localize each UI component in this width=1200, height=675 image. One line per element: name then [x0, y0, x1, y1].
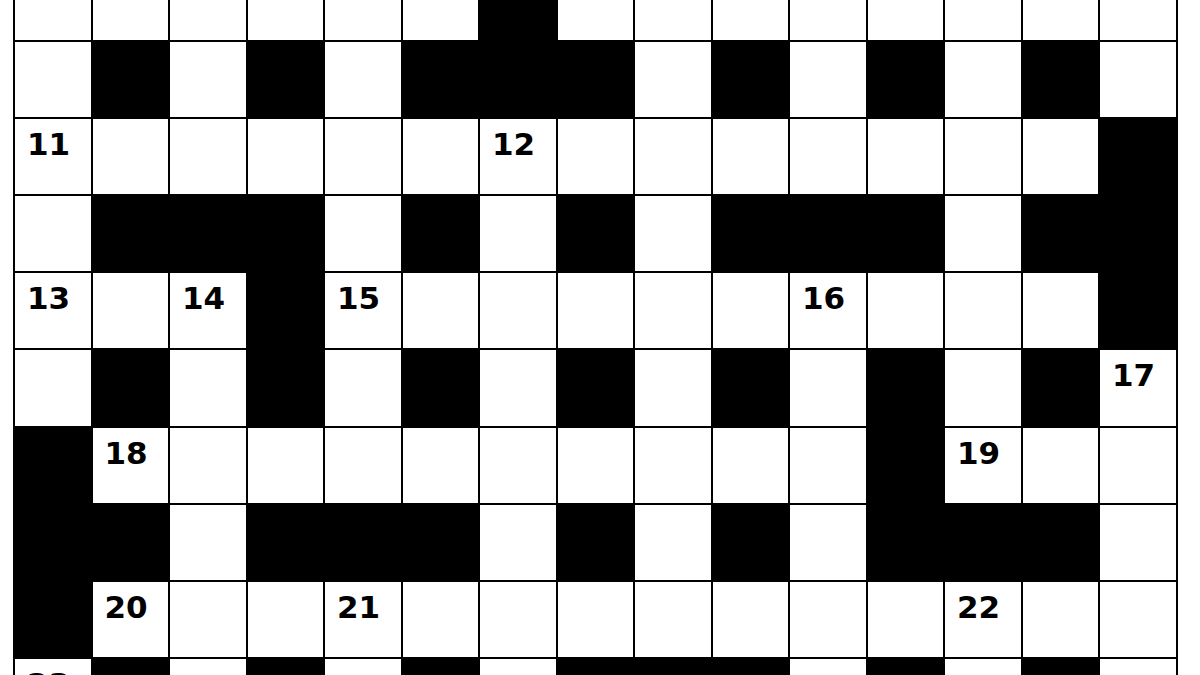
black-cell-r1c3 [248, 42, 324, 117]
black-cell-r1c13 [1023, 42, 1099, 117]
white-cell-r2c3[interactable] [248, 119, 324, 194]
black-cell-r6c11 [868, 428, 944, 503]
white-cell-r3c6[interactable] [480, 196, 556, 271]
black-cell-r3c7 [558, 196, 634, 271]
black-cell-r5c7 [558, 350, 634, 425]
white-cell-r2c9[interactable] [713, 119, 789, 194]
black-cell-r6c0 [15, 428, 91, 503]
white-cell-r0c7[interactable] [558, 0, 634, 40]
white-cell-r4c0[interactable]: 13 [15, 273, 91, 348]
black-cell-r7c9 [713, 505, 789, 580]
black-cell-r8c0 [15, 582, 91, 657]
white-cell-r9c6[interactable] [480, 659, 556, 675]
white-cell-r1c2[interactable] [170, 42, 246, 117]
white-cell-r0c10[interactable] [790, 0, 866, 40]
white-cell-r3c8[interactable] [635, 196, 711, 271]
white-cell-r6c12[interactable]: 19 [945, 428, 1021, 503]
black-cell-r9c7 [558, 659, 634, 675]
white-cell-r5c8[interactable] [635, 350, 711, 425]
white-cell-r2c11[interactable] [868, 119, 944, 194]
black-cell-r7c12 [945, 505, 1021, 580]
clue-number-22: 22 [957, 592, 1000, 623]
white-cell-r2c2[interactable] [170, 119, 246, 194]
white-cell-r8c14[interactable] [1100, 582, 1176, 657]
black-cell-r1c11 [868, 42, 944, 117]
clue-number-15: 15 [337, 283, 380, 314]
white-cell-r0c8[interactable] [635, 0, 711, 40]
white-cell-r8c4[interactable]: 21 [325, 582, 401, 657]
white-cell-r6c9[interactable] [713, 428, 789, 503]
white-cell-r5c0[interactable] [15, 350, 91, 425]
white-cell-r4c12[interactable] [945, 273, 1021, 348]
white-cell-r8c2[interactable] [170, 582, 246, 657]
white-cell-r5c4[interactable] [325, 350, 401, 425]
white-cell-r6c14[interactable] [1100, 428, 1176, 503]
white-cell-r2c12[interactable] [945, 119, 1021, 194]
white-cell-r9c12[interactable] [945, 659, 1021, 675]
white-cell-r7c14[interactable] [1100, 505, 1176, 580]
black-cell-r4c14 [1100, 273, 1176, 348]
black-cell-r9c1 [93, 659, 169, 675]
black-cell-r5c1 [93, 350, 169, 425]
white-cell-r4c13[interactable] [1023, 273, 1099, 348]
white-cell-r5c6[interactable] [480, 350, 556, 425]
white-cell-r0c3[interactable] [248, 0, 324, 40]
white-cell-r8c7[interactable] [558, 582, 634, 657]
white-cell-r2c7[interactable] [558, 119, 634, 194]
white-cell-r1c14[interactable] [1100, 42, 1176, 117]
white-cell-r0c11[interactable] [868, 0, 944, 40]
clue-number-17: 17 [1112, 360, 1155, 391]
black-cell-r7c7 [558, 505, 634, 580]
black-cell-r9c3 [248, 659, 324, 675]
white-cell-r0c12[interactable] [945, 0, 1021, 40]
white-cell-r1c10[interactable] [790, 42, 866, 117]
black-cell-r3c13 [1023, 196, 1099, 271]
white-cell-r4c5[interactable] [403, 273, 479, 348]
black-cell-r0c6 [480, 0, 556, 40]
black-cell-r1c1 [93, 42, 169, 117]
white-cell-r7c10[interactable] [790, 505, 866, 580]
white-cell-r3c4[interactable] [325, 196, 401, 271]
white-cell-r8c9[interactable] [713, 582, 789, 657]
black-cell-r3c14 [1100, 196, 1176, 271]
white-cell-r5c10[interactable] [790, 350, 866, 425]
white-cell-r1c12[interactable] [945, 42, 1021, 117]
crossword-page: 11121314151617181920212223 [0, 0, 1200, 675]
white-cell-r2c10[interactable] [790, 119, 866, 194]
white-cell-r9c2[interactable] [170, 659, 246, 675]
black-cell-r9c5 [403, 659, 479, 675]
black-cell-r7c5 [403, 505, 479, 580]
white-cell-r0c13[interactable] [1023, 0, 1099, 40]
clue-number-19: 19 [957, 438, 1000, 469]
clue-number-11: 11 [27, 129, 70, 160]
clue-number-14: 14 [182, 283, 225, 314]
white-cell-r0c1[interactable] [93, 0, 169, 40]
white-cell-r2c0[interactable]: 11 [15, 119, 91, 194]
white-cell-r8c3[interactable] [248, 582, 324, 657]
white-cell-r8c13[interactable] [1023, 582, 1099, 657]
white-cell-r6c8[interactable] [635, 428, 711, 503]
black-cell-r1c5 [403, 42, 479, 117]
white-cell-r5c14[interactable]: 17 [1100, 350, 1176, 425]
white-cell-r6c1[interactable]: 18 [93, 428, 169, 503]
white-cell-r6c13[interactable] [1023, 428, 1099, 503]
clue-number-23: 23 [27, 669, 70, 675]
white-cell-r0c14[interactable] [1100, 0, 1176, 40]
white-cell-r4c1[interactable] [93, 273, 169, 348]
white-cell-r8c11[interactable] [868, 582, 944, 657]
white-cell-r2c8[interactable] [635, 119, 711, 194]
black-cell-r4c3 [248, 273, 324, 348]
black-cell-r3c11 [868, 196, 944, 271]
white-cell-r4c8[interactable] [635, 273, 711, 348]
white-cell-r0c2[interactable] [170, 0, 246, 40]
white-cell-r3c12[interactable] [945, 196, 1021, 271]
white-cell-r8c5[interactable] [403, 582, 479, 657]
white-cell-r8c10[interactable] [790, 582, 866, 657]
white-cell-r5c2[interactable] [170, 350, 246, 425]
black-cell-r1c9 [713, 42, 789, 117]
clue-number-20: 20 [105, 592, 148, 623]
black-cell-r5c3 [248, 350, 324, 425]
white-cell-r8c6[interactable] [480, 582, 556, 657]
white-cell-r2c6[interactable]: 12 [480, 119, 556, 194]
white-cell-r6c7[interactable] [558, 428, 634, 503]
white-cell-r2c1[interactable] [93, 119, 169, 194]
black-cell-r9c9 [713, 659, 789, 675]
black-cell-r7c11 [868, 505, 944, 580]
white-cell-r4c11[interactable] [868, 273, 944, 348]
white-cell-r9c10[interactable] [790, 659, 866, 675]
white-cell-r1c4[interactable] [325, 42, 401, 117]
white-cell-r9c0[interactable]: 23 [15, 659, 91, 675]
black-cell-r5c11 [868, 350, 944, 425]
white-cell-r8c8[interactable] [635, 582, 711, 657]
black-cell-r2c14 [1100, 119, 1176, 194]
white-cell-r4c10[interactable]: 16 [790, 273, 866, 348]
black-cell-r3c5 [403, 196, 479, 271]
black-cell-r7c0 [15, 505, 91, 580]
black-cell-r1c7 [558, 42, 634, 117]
white-cell-r0c4[interactable] [325, 0, 401, 40]
clue-number-18: 18 [105, 438, 148, 469]
white-cell-r6c4[interactable] [325, 428, 401, 503]
white-cell-r7c6[interactable] [480, 505, 556, 580]
white-cell-r5c12[interactable] [945, 350, 1021, 425]
white-cell-r9c14[interactable] [1100, 659, 1176, 675]
white-cell-r2c5[interactable] [403, 119, 479, 194]
white-cell-r9c4[interactable] [325, 659, 401, 675]
black-cell-r7c3 [248, 505, 324, 580]
clue-number-12: 12 [492, 129, 535, 160]
black-cell-r3c3 [248, 196, 324, 271]
black-cell-r3c2 [170, 196, 246, 271]
white-cell-r1c0[interactable] [15, 42, 91, 117]
black-cell-r7c4 [325, 505, 401, 580]
white-cell-r6c6[interactable] [480, 428, 556, 503]
clue-number-21: 21 [337, 592, 380, 623]
white-cell-r2c13[interactable] [1023, 119, 1099, 194]
white-cell-r2c4[interactable] [325, 119, 401, 194]
black-cell-r3c10 [790, 196, 866, 271]
black-cell-r9c8 [635, 659, 711, 675]
white-cell-r6c2[interactable] [170, 428, 246, 503]
white-cell-r7c2[interactable] [170, 505, 246, 580]
black-cell-r5c9 [713, 350, 789, 425]
white-cell-r3c0[interactable] [15, 196, 91, 271]
white-cell-r4c4[interactable]: 15 [325, 273, 401, 348]
white-cell-r4c7[interactable] [558, 273, 634, 348]
white-cell-r7c8[interactable] [635, 505, 711, 580]
black-cell-r3c1 [93, 196, 169, 271]
white-cell-r4c9[interactable] [713, 273, 789, 348]
black-cell-r9c11 [868, 659, 944, 675]
black-cell-r5c13 [1023, 350, 1099, 425]
crossword-grid: 11121314151617181920212223 [13, 0, 1178, 675]
black-cell-r1c6 [480, 42, 556, 117]
white-cell-r4c6[interactable] [480, 273, 556, 348]
black-cell-r7c1 [93, 505, 169, 580]
white-cell-r6c5[interactable] [403, 428, 479, 503]
white-cell-r0c0[interactable] [15, 0, 91, 40]
white-cell-r6c10[interactable] [790, 428, 866, 503]
white-cell-r6c3[interactable] [248, 428, 324, 503]
black-cell-r9c13 [1023, 659, 1099, 675]
black-cell-r3c9 [713, 196, 789, 271]
white-cell-r8c12[interactable]: 22 [945, 582, 1021, 657]
white-cell-r0c9[interactable] [713, 0, 789, 40]
white-cell-r4c2[interactable]: 14 [170, 273, 246, 348]
white-cell-r0c5[interactable] [403, 0, 479, 40]
black-cell-r7c13 [1023, 505, 1099, 580]
black-cell-r5c5 [403, 350, 479, 425]
white-cell-r1c8[interactable] [635, 42, 711, 117]
clue-number-16: 16 [802, 283, 845, 314]
clue-number-13: 13 [27, 283, 70, 314]
white-cell-r8c1[interactable]: 20 [93, 582, 169, 657]
